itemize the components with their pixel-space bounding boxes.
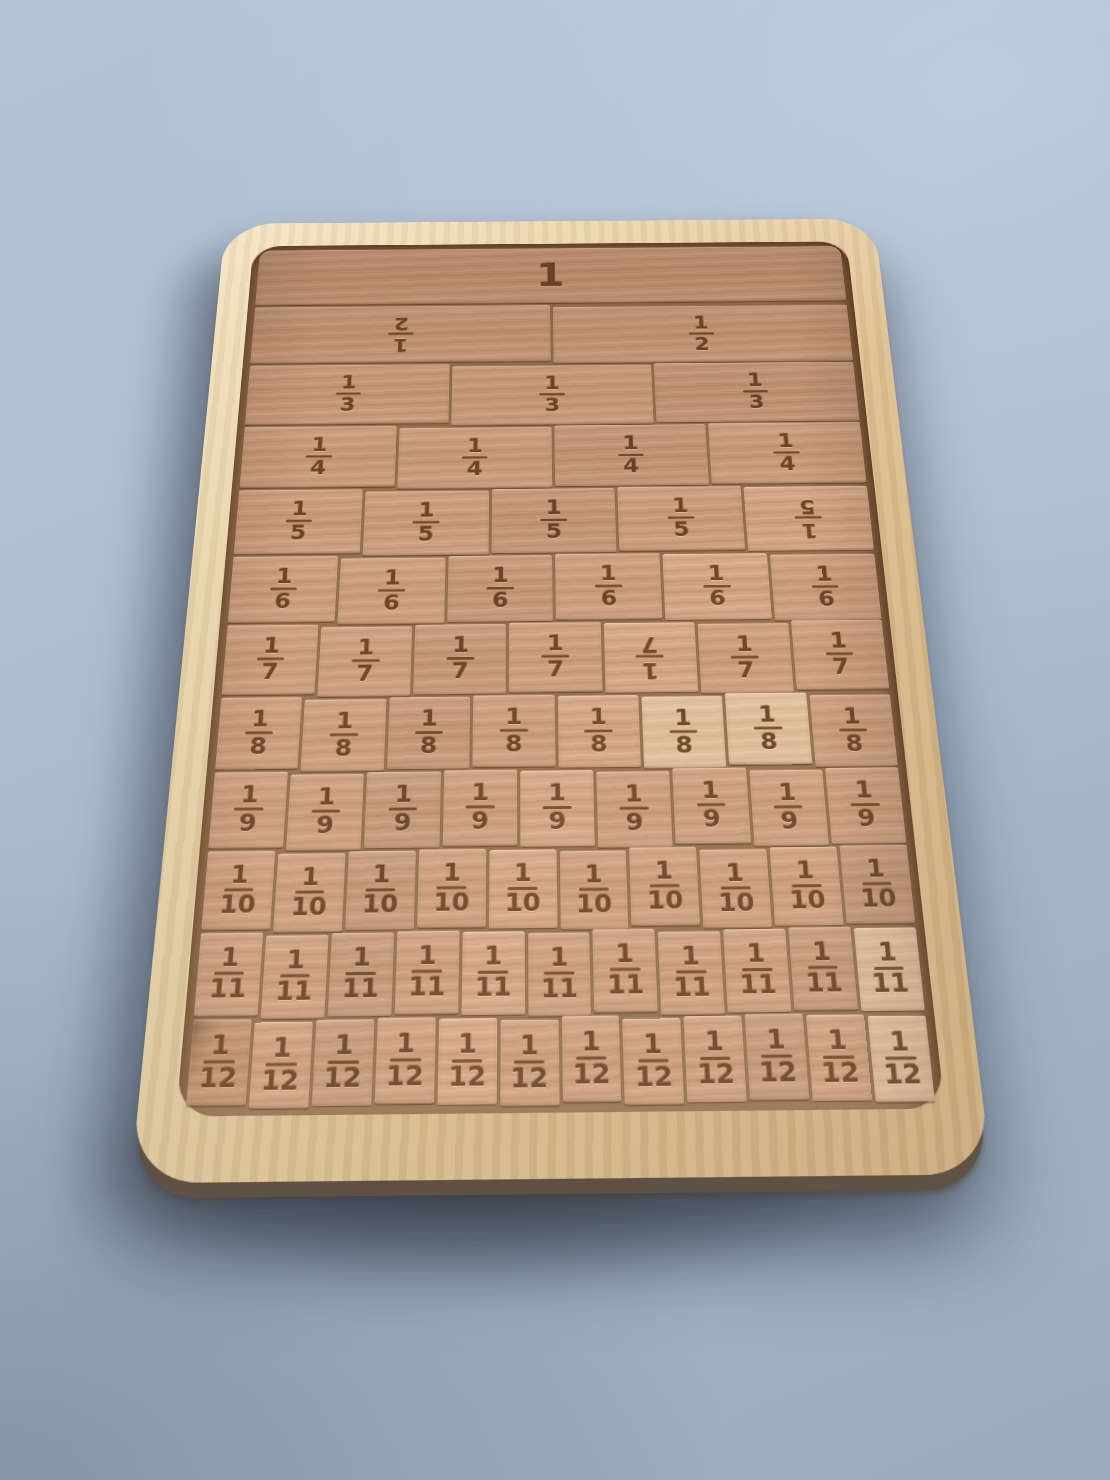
fraction-row-8: 1818181818181818 <box>215 692 898 770</box>
fraction-bar <box>885 1056 916 1060</box>
fraction-tile-1-11-pos3[interactable]: 111 <box>328 933 394 1016</box>
numerator: 1 <box>545 499 561 517</box>
fraction-bar <box>335 393 361 395</box>
fraction-bar <box>731 656 759 659</box>
denominator: 11 <box>408 975 446 999</box>
fraction-bar <box>839 728 868 731</box>
numerator: 1 <box>418 501 435 519</box>
numerator: 1 <box>701 780 720 802</box>
fraction-tile-1-12-pos11[interactable]: 112 <box>806 1014 872 1101</box>
fraction-tile-1-6-pos1[interactable]: 16 <box>228 555 338 622</box>
fraction-tile-1-10-pos5[interactable]: 110 <box>489 849 557 929</box>
fraction-label: 12 <box>688 315 715 353</box>
numerator: 1 <box>384 568 401 587</box>
fraction-tile-1-7-pos1[interactable]: 17 <box>222 624 319 694</box>
fraction-bar <box>676 970 707 973</box>
fraction-tile-1-8-pos3[interactable]: 18 <box>387 696 471 769</box>
fraction-row-9: 191919191919191919 <box>208 767 906 849</box>
fraction-label: 111 <box>737 943 777 998</box>
denominator: 4 <box>623 457 640 475</box>
fraction-tile-1-11-pos7[interactable]: 111 <box>593 929 658 1012</box>
fraction-label: 111 <box>606 942 644 997</box>
numerator: 1 <box>240 784 259 806</box>
fraction-bar <box>667 517 694 520</box>
numerator: 1 <box>220 946 240 970</box>
numerator: 1 <box>811 941 831 965</box>
numerator: 1 <box>275 567 293 586</box>
numerator: 1 <box>842 706 861 727</box>
fraction-tile-1-7-pos4[interactable]: 17 <box>509 622 602 692</box>
fraction-tile-1-3-pos1[interactable]: 13 <box>245 364 449 424</box>
fraction-label: 16 <box>594 564 622 608</box>
fraction-tile-1-6-pos6[interactable]: 16 <box>770 553 882 620</box>
fraction-label: 17 <box>635 634 665 680</box>
fraction-bar <box>742 968 773 971</box>
fraction-bar <box>388 808 417 811</box>
fraction-tile-1-12-pos5[interactable]: 112 <box>437 1017 497 1104</box>
board-perspective-wrap: 1121213131314141414151515151516161616161… <box>130 219 991 1184</box>
fraction-tile-1-4-pos2[interactable]: 14 <box>397 426 552 488</box>
numerator: 1 <box>889 1029 910 1054</box>
fraction-tile-1-11-pos9[interactable]: 111 <box>723 929 791 1012</box>
numerator: 1 <box>866 857 886 880</box>
numerator: 1 <box>654 859 673 882</box>
numerator: 1 <box>471 782 489 804</box>
fraction-label: 17 <box>824 631 856 677</box>
fraction-tile-1-4-pos4[interactable]: 14 <box>708 421 866 483</box>
denominator: 12 <box>696 1062 735 1087</box>
denominator: 12 <box>572 1062 610 1087</box>
fraction-row-1: 1 <box>255 247 846 306</box>
fraction-label: 16 <box>702 564 732 608</box>
fraction-label: 15 <box>540 499 567 541</box>
whole-label: 1 <box>536 260 566 290</box>
numerator: 1 <box>778 782 797 804</box>
fraction-tile-1-10-pos6[interactable]: 110 <box>559 850 629 930</box>
fraction-label: 111 <box>208 946 249 1001</box>
fraction-bar <box>390 1058 421 1062</box>
fraction-bar <box>224 888 254 891</box>
fraction-tile-1-11-pos8[interactable]: 111 <box>658 931 725 1014</box>
numerator: 1 <box>766 1027 786 1052</box>
denominator: 10 <box>718 891 756 914</box>
fraction-tile-1-4-pos3[interactable]: 14 <box>554 424 709 486</box>
fraction-bar <box>540 519 567 522</box>
fraction-bar <box>544 972 574 975</box>
fraction-bar <box>541 655 569 658</box>
fraction-tile-1-8-pos6[interactable]: 18 <box>641 695 726 768</box>
fraction-label: 110 <box>290 866 329 919</box>
fraction-tile-1-9-pos2[interactable]: 19 <box>286 774 364 850</box>
fraction-tile-1-10-pos2[interactable]: 110 <box>273 852 345 932</box>
numerator: 1 <box>747 372 764 389</box>
numerator: 1 <box>394 784 412 806</box>
fraction-label: 112 <box>323 1033 363 1091</box>
fraction-tile-1-9-pos5[interactable]: 19 <box>520 770 595 846</box>
fraction-bar <box>761 1054 792 1058</box>
fraction-row-7: 17171717171717 <box>222 621 890 696</box>
denominator: 10 <box>505 892 541 915</box>
fraction-tile-1-8-pos1[interactable]: 18 <box>215 696 302 769</box>
fraction-bar <box>638 1059 669 1063</box>
fraction-label: 17 <box>730 635 761 681</box>
denominator: 12 <box>820 1061 860 1086</box>
fraction-bar <box>295 890 325 893</box>
fraction-label: 111 <box>541 946 578 1001</box>
fraction-tile-1-12-pos1[interactable]: 112 <box>186 1018 251 1105</box>
fraction-tile-1-10-pos4[interactable]: 110 <box>417 848 486 928</box>
denominator: 3 <box>544 397 560 414</box>
fraction-tile-1-5-pos2[interactable]: 15 <box>362 490 488 555</box>
fraction-tile-1-11-pos4[interactable]: 111 <box>394 930 459 1013</box>
numerator: 1 <box>589 707 607 728</box>
denominator: 7 <box>831 657 850 677</box>
fraction-bar <box>539 393 565 395</box>
numerator: 1 <box>600 564 617 583</box>
fraction-row-6: 161616161616 <box>228 552 882 624</box>
fraction-label: 110 <box>575 863 612 916</box>
denominator: 11 <box>673 976 711 1000</box>
numerator: 1 <box>725 862 744 885</box>
fraction-tile-1-5-pos1[interactable]: 15 <box>234 489 363 554</box>
numerator: 1 <box>642 660 660 680</box>
fraction-tile-1-3-pos3[interactable]: 13 <box>654 362 859 422</box>
fraction-bar <box>446 657 474 660</box>
denominator: 2 <box>694 336 710 352</box>
fraction-tile-1-10-pos8[interactable]: 110 <box>700 848 773 928</box>
fraction-tile-1-5-pos3[interactable]: 15 <box>491 488 617 553</box>
fraction-bar <box>311 810 340 813</box>
denominator: 11 <box>275 980 313 1004</box>
numerator: 1 <box>643 1032 663 1057</box>
numerator: 1 <box>334 1033 354 1058</box>
fraction-bar <box>584 729 612 732</box>
fraction-label: 19 <box>387 784 418 834</box>
fraction-bar <box>487 587 514 590</box>
numerator: 1 <box>251 709 270 730</box>
fraction-label: 13 <box>742 372 771 411</box>
denominator: 9 <box>471 810 489 832</box>
fraction-tile-1-9-pos6[interactable]: 19 <box>596 771 673 847</box>
fraction-tile-1-5-pos4[interactable]: 15 <box>618 486 746 551</box>
denominator: 9 <box>548 811 566 833</box>
numerator: 1 <box>827 1028 848 1053</box>
numerator: 1 <box>352 946 371 970</box>
fraction-board-tray: 1121213131314141414151515151516161616161… <box>130 219 991 1184</box>
denominator: 10 <box>219 893 257 916</box>
whole-tile-1[interactable]: 1 <box>255 246 846 305</box>
numerator: 1 <box>301 866 320 889</box>
fraction-bar <box>773 451 799 454</box>
numerator: 1 <box>520 1033 539 1058</box>
denominator: 8 <box>760 731 779 752</box>
fraction-tile-1-8-pos8[interactable]: 18 <box>809 694 898 767</box>
fraction-tile-1-7-pos7[interactable]: 17 <box>791 619 889 689</box>
fraction-bar <box>699 1056 730 1060</box>
fraction-tile-1-7-pos6[interactable]: 17 <box>697 623 794 693</box>
fraction-label: 15 <box>793 497 823 539</box>
fraction-label: 13 <box>539 375 565 414</box>
fraction-tile-1-6-pos3[interactable]: 16 <box>447 555 553 622</box>
fraction-label: 16 <box>268 567 298 611</box>
fraction-tile-1-9-pos8[interactable]: 19 <box>749 769 829 845</box>
numerator: 1 <box>800 521 818 539</box>
fraction-label: 18 <box>584 707 614 755</box>
fraction-row-5: 1515151515 <box>234 486 874 555</box>
fraction-bar <box>862 882 892 885</box>
fraction-bar <box>204 1060 235 1064</box>
fraction-tile-1-10-pos3[interactable]: 110 <box>345 850 416 930</box>
denominator: 8 <box>590 734 608 755</box>
denominator: 8 <box>845 733 864 754</box>
fraction-tile-1-12-pos10[interactable]: 112 <box>745 1013 810 1100</box>
fraction-tile-1-9-pos3[interactable]: 19 <box>364 771 440 847</box>
fraction-label: 18 <box>752 704 784 752</box>
fraction-label: 19 <box>772 782 805 832</box>
fraction-tile-1-10-pos10[interactable]: 110 <box>840 844 916 923</box>
fraction-tile-1-9-pos4[interactable]: 19 <box>442 769 517 845</box>
denominator: 7 <box>452 662 469 682</box>
denominator: 6 <box>709 589 727 608</box>
numerator: 1 <box>829 631 848 651</box>
fraction-tile-1-11-pos1[interactable]: 111 <box>194 932 263 1015</box>
fraction-tile-1-12-pos12[interactable]: 112 <box>868 1015 935 1102</box>
numerator: 1 <box>584 863 602 886</box>
fraction-tile-1-12-pos3[interactable]: 112 <box>312 1019 375 1106</box>
denominator: 8 <box>249 736 268 757</box>
fraction-row-4: 14141414 <box>239 423 866 489</box>
denominator: 5 <box>417 525 434 544</box>
fraction-row-3: 131313 <box>245 362 860 426</box>
denominator: 11 <box>739 973 778 997</box>
fraction-tile-1-12-pos6[interactable]: 112 <box>500 1019 559 1106</box>
fraction-label: 111 <box>341 946 380 1001</box>
fraction-bar <box>579 888 609 891</box>
fraction-tile-1-10-pos9[interactable]: 110 <box>770 846 844 926</box>
numerator: 1 <box>272 1036 292 1061</box>
fraction-bar <box>462 456 488 459</box>
denominator: 9 <box>703 808 722 830</box>
numerator: 1 <box>505 706 522 727</box>
denominator: 12 <box>323 1066 362 1092</box>
fraction-tile-1-9-pos7[interactable]: 19 <box>673 767 751 843</box>
fraction-label: 19 <box>542 783 572 833</box>
denominator: 7 <box>737 660 755 680</box>
fraction-label: 14 <box>772 432 802 473</box>
tile-rows: 1121213131314141414151515151516161616161… <box>186 247 935 1108</box>
fraction-label: 16 <box>486 566 513 610</box>
numerator: 1 <box>625 784 643 806</box>
denominator: 8 <box>505 733 522 754</box>
fraction-tile-1-10-pos1[interactable]: 110 <box>201 850 275 930</box>
fraction-tile-1-11-pos2[interactable]: 111 <box>261 935 329 1019</box>
denominator: 12 <box>882 1062 922 1087</box>
fraction-tile-1-12-pos2[interactable]: 112 <box>249 1021 313 1109</box>
denominator: 12 <box>635 1064 674 1089</box>
numerator: 1 <box>536 260 566 290</box>
fraction-label: 18 <box>837 706 870 754</box>
fraction-label: 19 <box>310 786 342 836</box>
denominator: 4 <box>310 459 327 477</box>
numerator: 1 <box>210 1033 231 1058</box>
numerator: 1 <box>420 708 438 729</box>
fraction-bar <box>808 966 839 969</box>
fraction-row-11: 111111111111111111111111111111111 <box>194 927 925 1017</box>
fraction-bar <box>754 726 783 729</box>
denominator: 7 <box>260 662 278 682</box>
denominator: 10 <box>859 887 897 910</box>
fraction-tile-1-11-pos5[interactable]: 111 <box>461 931 524 1014</box>
numerator: 1 <box>622 435 638 453</box>
fraction-bar <box>330 733 359 736</box>
fraction-bar <box>874 967 905 970</box>
fraction-bar <box>285 520 312 523</box>
numerator: 1 <box>777 432 794 449</box>
fraction-bar <box>669 730 698 733</box>
denominator: 9 <box>315 815 334 837</box>
fraction-tile-1-5-pos5[interactable]: 15 <box>744 486 874 551</box>
fraction-label: 17 <box>541 634 569 680</box>
fraction-tile-1-2-pos2[interactable]: 12 <box>552 304 853 363</box>
numerator: 1 <box>681 945 700 969</box>
fraction-tile-1-12-pos9[interactable]: 112 <box>684 1015 747 1102</box>
denominator: 10 <box>576 892 613 915</box>
fraction-bar <box>346 972 377 975</box>
fraction-tile-1-3-pos2[interactable]: 13 <box>451 365 654 425</box>
denominator: 12 <box>510 1065 548 1091</box>
fraction-bar <box>610 968 640 971</box>
denominator: 7 <box>547 660 564 680</box>
fraction-tile-1-12-pos8[interactable]: 112 <box>623 1017 685 1104</box>
fraction-label: 19 <box>848 780 882 830</box>
fraction-label: 112 <box>756 1027 798 1085</box>
fraction-tile-1-6-pos4[interactable]: 16 <box>555 553 662 620</box>
fraction-label: 112 <box>385 1031 424 1089</box>
fraction-label: 17 <box>255 636 286 682</box>
numerator: 1 <box>615 942 634 966</box>
numerator: 1 <box>357 638 375 658</box>
fraction-tile-1-11-pos10[interactable]: 111 <box>788 927 858 1010</box>
fraction-bar <box>265 1063 296 1067</box>
fraction-tile-1-11-pos11[interactable]: 111 <box>854 927 925 1010</box>
fraction-label: 111 <box>672 945 711 1000</box>
fraction-label: 18 <box>243 709 275 757</box>
fraction-label: 112 <box>572 1029 611 1087</box>
fraction-bar <box>378 589 405 592</box>
numerator: 1 <box>672 497 689 515</box>
fraction-tile-1-9-pos9[interactable]: 19 <box>825 767 906 843</box>
fraction-tile-1-10-pos7[interactable]: 110 <box>629 846 700 926</box>
denominator: 12 <box>758 1060 798 1085</box>
fraction-tile-1-12-pos4[interactable]: 112 <box>374 1017 435 1104</box>
fraction-tile-1-7-pos2[interactable]: 17 <box>317 626 412 696</box>
numerator: 1 <box>758 704 777 725</box>
fraction-label: 110 <box>786 859 826 912</box>
numerator: 1 <box>230 864 250 887</box>
fraction-label: 111 <box>868 941 910 996</box>
fraction-tile-1-8-pos4[interactable]: 18 <box>472 694 555 767</box>
denominator: 10 <box>362 893 399 916</box>
fraction-tile-1-6-pos2[interactable]: 16 <box>337 557 445 624</box>
fraction-bar <box>823 1055 854 1059</box>
fraction-tile-1-8-pos7[interactable]: 18 <box>725 692 812 765</box>
fraction-row-10: 110110110110110110110110110110 <box>201 846 915 932</box>
fraction-tile-1-11-pos6[interactable]: 111 <box>528 932 592 1015</box>
fraction-label: 111 <box>275 949 315 1004</box>
fraction-bar <box>650 884 680 887</box>
numerator: 1 <box>746 943 766 967</box>
denominator: 11 <box>208 977 247 1001</box>
denominator: 11 <box>541 977 578 1001</box>
numerator: 1 <box>674 708 692 729</box>
fraction-tile-1-9-pos1[interactable]: 19 <box>208 772 288 848</box>
numerator: 1 <box>372 864 391 887</box>
denominator: 11 <box>805 971 844 995</box>
fraction-label: 18 <box>668 708 699 756</box>
fraction-bar <box>514 1060 545 1064</box>
fraction-bar <box>412 970 442 973</box>
denominator: 9 <box>626 812 644 834</box>
fraction-label: 19 <box>619 784 650 834</box>
fraction-bar <box>595 584 622 587</box>
fraction-bar <box>743 390 769 392</box>
fraction-bar <box>413 521 440 524</box>
denominator: 8 <box>334 738 352 759</box>
fraction-bar <box>279 974 310 977</box>
fraction-tile-1-7-pos5[interactable]: 17 <box>603 622 698 692</box>
fraction-label: 19 <box>695 780 727 830</box>
numerator: 1 <box>707 564 725 583</box>
fraction-bar <box>306 455 332 458</box>
fraction-label: 17 <box>446 636 475 682</box>
fraction-bar <box>328 1060 359 1064</box>
fraction-row-12: 112112112112112112112112112112112112 <box>186 1013 935 1107</box>
numerator: 1 <box>795 860 815 883</box>
numerator: 1 <box>341 375 357 392</box>
fraction-tile-1-6-pos5[interactable]: 16 <box>663 553 772 620</box>
denominator: 9 <box>780 810 799 832</box>
denominator: 11 <box>341 977 379 1001</box>
fraction-tile-1-7-pos3[interactable]: 17 <box>413 624 506 694</box>
denominator: 10 <box>290 895 327 918</box>
fraction-tile-1-8-pos2[interactable]: 18 <box>301 698 386 771</box>
denominator: 12 <box>198 1065 238 1091</box>
denominator: 11 <box>474 976 511 1000</box>
denominator: 7 <box>641 634 659 654</box>
fraction-tile-1-12-pos7[interactable]: 112 <box>561 1015 621 1102</box>
denominator: 3 <box>748 394 765 411</box>
numerator: 1 <box>548 783 566 805</box>
fraction-tile-1-8-pos5[interactable]: 18 <box>557 695 640 768</box>
denominator: 6 <box>492 591 509 610</box>
denominator: 9 <box>393 812 411 834</box>
fraction-label: 12 <box>388 315 415 353</box>
fraction-tile-1-4-pos1[interactable]: 14 <box>239 425 396 487</box>
denominator: 9 <box>238 813 257 835</box>
numerator: 1 <box>815 565 833 584</box>
fraction-bar <box>415 731 443 734</box>
denominator: 6 <box>600 589 617 608</box>
fraction-label: 112 <box>879 1029 923 1087</box>
fraction-bar <box>351 659 379 662</box>
denominator: 11 <box>871 972 910 996</box>
fraction-label: 112 <box>448 1032 486 1090</box>
fraction-tile-1-2-pos1[interactable]: 12 <box>250 305 550 364</box>
denominator: 2 <box>394 315 410 331</box>
fraction-label: 112 <box>818 1028 861 1086</box>
denominator: 6 <box>817 589 835 608</box>
fraction-label: 111 <box>408 944 446 999</box>
